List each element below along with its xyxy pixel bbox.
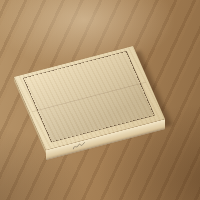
product-photo-table-surface [0, 0, 200, 200]
